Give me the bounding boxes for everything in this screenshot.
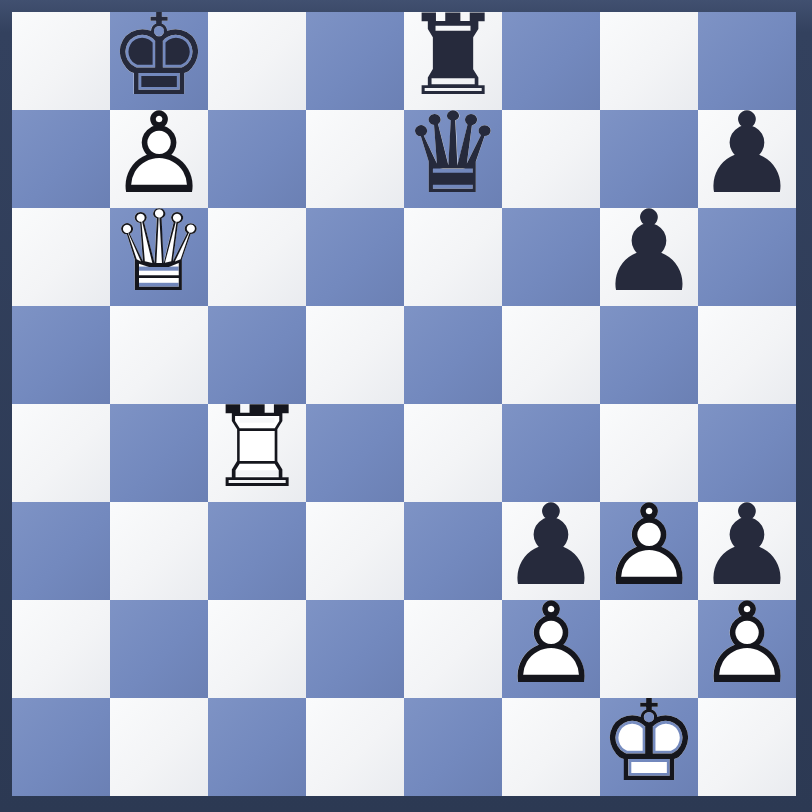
square-h8[interactable] xyxy=(698,12,796,110)
square-f6[interactable] xyxy=(502,208,600,306)
square-c8[interactable] xyxy=(208,12,306,110)
square-h7[interactable]: ♙♟ xyxy=(698,110,796,208)
square-h4[interactable] xyxy=(698,404,796,502)
square-g8[interactable] xyxy=(600,12,698,110)
pawn-glyph-base: ♙ xyxy=(698,104,796,202)
piece-white-pawn-f2[interactable]: ♟♙ xyxy=(502,600,600,698)
square-f5[interactable] xyxy=(502,306,600,404)
square-e3[interactable] xyxy=(404,502,502,600)
piece-white-king-g1[interactable]: ♚♔ xyxy=(600,698,698,796)
square-g4[interactable] xyxy=(600,404,698,502)
piece-white-pawn-b7[interactable]: ♟♙ xyxy=(110,110,208,208)
square-f1[interactable] xyxy=(502,698,600,796)
square-c2[interactable] xyxy=(208,600,306,698)
pawn-glyph-base: ♙ xyxy=(600,202,698,300)
square-c6[interactable] xyxy=(208,208,306,306)
square-d3[interactable] xyxy=(306,502,404,600)
square-g5[interactable] xyxy=(600,306,698,404)
square-c5[interactable] xyxy=(208,306,306,404)
piece-black-pawn-f3[interactable]: ♙♟ xyxy=(502,502,600,600)
pawn-glyph-base: ♟ xyxy=(110,104,208,202)
square-g7[interactable] xyxy=(600,110,698,208)
piece-black-king-b8[interactable]: ♔♚ xyxy=(110,12,208,110)
square-h2[interactable]: ♟♙ xyxy=(698,600,796,698)
king-glyph-base: ♔ xyxy=(110,6,208,104)
rook-glyph-detail: ♜ xyxy=(404,6,502,104)
square-f3[interactable]: ♙♟ xyxy=(502,502,600,600)
piece-white-queen-b6[interactable]: ♛♕ xyxy=(110,208,208,306)
square-g1[interactable]: ♚♔ xyxy=(600,698,698,796)
square-b5[interactable] xyxy=(110,306,208,404)
king-glyph-detail: ♚ xyxy=(110,6,208,104)
square-b7[interactable]: ♟♙ xyxy=(110,110,208,208)
square-h3[interactable]: ♙♟ xyxy=(698,502,796,600)
queen-glyph-base: ♕ xyxy=(404,104,502,202)
square-e6[interactable] xyxy=(404,208,502,306)
pawn-glyph-detail: ♙ xyxy=(600,496,698,594)
square-e4[interactable] xyxy=(404,404,502,502)
pawn-glyph-detail: ♙ xyxy=(698,594,796,692)
square-b8[interactable]: ♔♚ xyxy=(110,12,208,110)
pawn-glyph-detail: ♟ xyxy=(600,202,698,300)
pawn-glyph-base: ♙ xyxy=(698,496,796,594)
pawn-glyph-base: ♙ xyxy=(502,496,600,594)
square-d1[interactable] xyxy=(306,698,404,796)
piece-white-rook-c4[interactable]: ♜♖ xyxy=(208,404,306,502)
piece-white-pawn-g3[interactable]: ♟♙ xyxy=(600,502,698,600)
square-a5[interactable] xyxy=(12,306,110,404)
square-e5[interactable] xyxy=(404,306,502,404)
board-frame: ♔♚♖♜♟♙♕♛♙♟♛♕♙♟♜♖♙♟♟♙♙♟♟♙♟♙♚♔ xyxy=(0,0,812,812)
square-b3[interactable] xyxy=(110,502,208,600)
piece-black-pawn-g6[interactable]: ♙♟ xyxy=(600,208,698,306)
square-a4[interactable] xyxy=(12,404,110,502)
piece-black-pawn-h7[interactable]: ♙♟ xyxy=(698,110,796,208)
square-a8[interactable] xyxy=(12,12,110,110)
king-glyph-detail: ♔ xyxy=(600,692,698,790)
square-h1[interactable] xyxy=(698,698,796,796)
square-e2[interactable] xyxy=(404,600,502,698)
square-d4[interactable] xyxy=(306,404,404,502)
square-d5[interactable] xyxy=(306,306,404,404)
square-a2[interactable] xyxy=(12,600,110,698)
piece-white-pawn-h2[interactable]: ♟♙ xyxy=(698,600,796,698)
piece-black-queen-e7[interactable]: ♕♛ xyxy=(404,110,502,208)
square-c7[interactable] xyxy=(208,110,306,208)
square-e7[interactable]: ♕♛ xyxy=(404,110,502,208)
square-f7[interactable] xyxy=(502,110,600,208)
rook-glyph-base: ♖ xyxy=(404,6,502,104)
piece-black-pawn-h3[interactable]: ♙♟ xyxy=(698,502,796,600)
square-a3[interactable] xyxy=(12,502,110,600)
pawn-glyph-detail: ♙ xyxy=(502,594,600,692)
square-e1[interactable] xyxy=(404,698,502,796)
square-b6[interactable]: ♛♕ xyxy=(110,208,208,306)
square-h5[interactable] xyxy=(698,306,796,404)
piece-black-rook-e8[interactable]: ♖♜ xyxy=(404,12,502,110)
square-c3[interactable] xyxy=(208,502,306,600)
pawn-glyph-detail: ♟ xyxy=(698,496,796,594)
pawn-glyph-base: ♟ xyxy=(600,496,698,594)
pawn-glyph-base: ♟ xyxy=(502,594,600,692)
square-f4[interactable] xyxy=(502,404,600,502)
queen-glyph-detail: ♛ xyxy=(404,104,502,202)
pawn-glyph-base: ♟ xyxy=(698,594,796,692)
square-b2[interactable] xyxy=(110,600,208,698)
square-a7[interactable] xyxy=(12,110,110,208)
square-a1[interactable] xyxy=(12,698,110,796)
square-d2[interactable] xyxy=(306,600,404,698)
pawn-glyph-detail: ♙ xyxy=(110,104,208,202)
square-f2[interactable]: ♟♙ xyxy=(502,600,600,698)
square-d6[interactable] xyxy=(306,208,404,306)
square-d7[interactable] xyxy=(306,110,404,208)
square-d8[interactable] xyxy=(306,12,404,110)
square-f8[interactable] xyxy=(502,12,600,110)
square-c4[interactable]: ♜♖ xyxy=(208,404,306,502)
square-a6[interactable] xyxy=(12,208,110,306)
king-glyph-base: ♚ xyxy=(600,692,698,790)
square-c1[interactable] xyxy=(208,698,306,796)
pawn-glyph-detail: ♟ xyxy=(502,496,600,594)
rook-glyph-base: ♜ xyxy=(208,398,306,496)
square-h6[interactable] xyxy=(698,208,796,306)
queen-glyph-base: ♛ xyxy=(110,202,208,300)
square-b4[interactable] xyxy=(110,404,208,502)
square-b1[interactable] xyxy=(110,698,208,796)
rook-glyph-detail: ♖ xyxy=(208,398,306,496)
queen-glyph-detail: ♕ xyxy=(110,202,208,300)
pawn-glyph-detail: ♟ xyxy=(698,104,796,202)
square-g2[interactable] xyxy=(600,600,698,698)
chess-board[interactable]: ♔♚♖♜♟♙♕♛♙♟♛♕♙♟♜♖♙♟♟♙♙♟♟♙♟♙♚♔ xyxy=(12,12,796,796)
square-e8[interactable]: ♖♜ xyxy=(404,12,502,110)
square-g3[interactable]: ♟♙ xyxy=(600,502,698,600)
square-g6[interactable]: ♙♟ xyxy=(600,208,698,306)
